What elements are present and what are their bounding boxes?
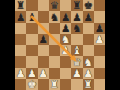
piece-black-pawn: ♟ [61,23,70,34]
piece-white-pawn: ♟ [72,68,81,79]
square-b1[interactable]: ♚ [26,79,37,90]
square-d1[interactable]: ♜ [49,79,60,90]
chess-board: ♜♛♜♚♟♝♞♟♟♟♟♞♟♟♞♟♟♝♛♞♟♟♟♟♟♚♜♜ [15,0,105,90]
square-h6[interactable]: ♟ [94,23,105,34]
piece-white-knight: ♞ [61,34,70,45]
piece-white-rook: ♜ [83,79,92,90]
piece-white-pawn: ♟ [38,68,47,79]
piece-white-knight: ♞ [83,56,92,66]
square-f3[interactable]: ♛ [71,56,82,67]
square-d2[interactable] [49,68,60,79]
square-g5[interactable] [83,34,94,45]
piece-white-pawn: ♟ [27,68,36,79]
piece-white-pawn: ♟ [16,68,25,79]
square-d8[interactable]: ♛ [49,0,60,11]
square-e8[interactable] [60,0,71,11]
square-h7[interactable] [94,11,105,22]
square-f6[interactable]: ♞ [71,23,82,34]
square-c7[interactable] [38,11,49,22]
square-e6[interactable]: ♟ [60,23,71,34]
piece-white-bishop: ♝ [72,45,81,56]
square-d3[interactable] [49,56,60,67]
piece-black-pawn: ♟ [72,11,81,22]
square-c2[interactable]: ♟ [38,68,49,79]
square-a6[interactable] [15,23,26,34]
square-g8[interactable]: ♚ [83,0,94,11]
piece-black-bishop: ♝ [27,11,36,22]
square-c3[interactable] [38,56,49,67]
square-g7[interactable]: ♟ [83,11,94,22]
square-g4[interactable] [83,45,94,56]
square-e1[interactable] [60,79,71,90]
square-g6[interactable] [83,23,94,34]
square-b4[interactable] [26,45,37,56]
square-d6[interactable] [49,23,60,34]
square-h2[interactable] [94,68,105,79]
square-f2[interactable]: ♟ [71,68,82,79]
square-e2[interactable] [60,68,71,79]
square-d4[interactable] [49,45,60,56]
square-h3[interactable] [94,56,105,67]
square-h1[interactable] [94,79,105,90]
square-g1[interactable]: ♜ [83,79,94,90]
piece-black-pawn: ♟ [83,11,92,22]
square-c6[interactable] [38,23,49,34]
square-f7[interactable]: ♟ [71,11,82,22]
piece-black-rook: ♜ [72,0,81,11]
piece-black-queen: ♛ [50,0,59,11]
square-f1[interactable] [71,79,82,90]
piece-black-pawn: ♟ [95,23,104,34]
square-b3[interactable] [26,56,37,67]
square-a4[interactable] [15,45,26,56]
square-g3[interactable]: ♞ [83,56,94,67]
square-e5[interactable]: ♞ [60,34,71,45]
square-b8[interactable] [26,0,37,11]
piece-white-rook: ♜ [50,79,59,90]
square-c5[interactable]: ♟ [38,34,49,45]
square-b6[interactable] [26,23,37,34]
piece-black-pawn: ♟ [16,11,25,22]
square-b2[interactable]: ♟ [26,68,37,79]
piece-black-rook: ♜ [16,0,25,11]
square-b7[interactable]: ♝ [26,11,37,22]
square-e7[interactable]: ♟ [60,11,71,22]
piece-white-queen: ♛ [72,56,81,66]
piece-white-pawn: ♟ [83,68,92,79]
square-a3[interactable] [15,56,26,67]
square-e3[interactable] [60,56,71,67]
piece-white-pawn: ♟ [95,34,104,45]
piece-black-king: ♚ [83,0,92,11]
piece-black-pawn: ♟ [61,11,70,22]
square-a7[interactable]: ♟ [15,11,26,22]
square-d7[interactable]: ♞ [49,11,60,22]
square-f5[interactable] [71,34,82,45]
square-h8[interactable] [94,0,105,11]
piece-white-pawn: ♟ [61,45,70,56]
square-a5[interactable] [15,34,26,45]
square-a8[interactable]: ♜ [15,0,26,11]
square-f8[interactable]: ♜ [71,0,82,11]
square-h5[interactable]: ♟ [94,34,105,45]
square-g2[interactable]: ♟ [83,68,94,79]
square-d5[interactable] [49,34,60,45]
square-c1[interactable] [38,79,49,90]
app-background: ♜♛♜♚♟♝♞♟♟♟♟♞♟♟♞♟♟♝♛♞♟♟♟♟♟♚♜♜ [0,0,120,90]
square-f4[interactable]: ♝ [71,45,82,56]
square-h4[interactable] [94,45,105,56]
square-b5[interactable] [26,34,37,45]
piece-white-king: ♚ [27,79,36,90]
square-c8[interactable] [38,0,49,11]
square-e4[interactable]: ♟ [60,45,71,56]
square-c4[interactable] [38,45,49,56]
square-a2[interactable]: ♟ [15,68,26,79]
square-a1[interactable] [15,79,26,90]
piece-black-pawn: ♟ [38,34,47,45]
piece-black-knight: ♞ [72,23,81,34]
piece-black-knight: ♞ [50,11,59,22]
